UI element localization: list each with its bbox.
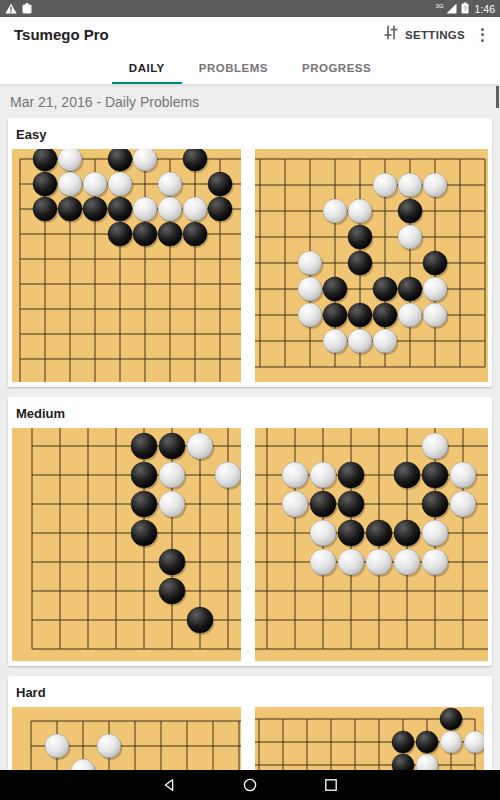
warning-icon — [5, 0, 17, 18]
difficulty-label-hard: Hard — [8, 676, 492, 707]
go-board-easy-left[interactable] — [12, 149, 241, 382]
go-board-easy-right[interactable] — [255, 149, 488, 382]
recents-icon — [323, 777, 339, 793]
go-board-medium-right[interactable] — [255, 428, 488, 661]
app-bar: Tsumego Pro SETTINGS — [0, 17, 500, 52]
tab-bar: DAILY PROBLEMS PROGRESS — [0, 52, 500, 85]
battery-icon: ? — [461, 0, 469, 18]
app-notification-icon — [22, 0, 32, 18]
daily-problem-cards: EasyMediumHard — [0, 118, 500, 800]
settings-label: SETTINGS — [405, 29, 465, 41]
scrollbar[interactable] — [496, 86, 499, 108]
clock: 1:46 — [473, 3, 495, 15]
tab-progress[interactable]: PROGRESS — [285, 52, 388, 84]
settings-button[interactable]: SETTINGS — [383, 25, 465, 44]
home-button[interactable] — [238, 773, 262, 797]
board-row-medium — [8, 428, 492, 666]
app-screen: 3G ? 1:46 Tsumego Pro SETTINGS — [0, 0, 500, 800]
difficulty-label-medium: Medium — [8, 397, 492, 428]
board-row-easy — [8, 149, 492, 387]
back-icon — [161, 777, 177, 793]
network-type-label: 3G — [436, 3, 444, 9]
go-board-medium-left[interactable] — [12, 428, 241, 661]
page-title: Tsumego Pro — [14, 26, 383, 43]
status-bar: 3G ? 1:46 — [0, 0, 500, 17]
recents-button[interactable] — [319, 773, 343, 797]
tune-settings-icon — [383, 25, 399, 44]
android-nav-bar — [0, 770, 500, 800]
active-tab-underline — [112, 82, 182, 85]
difficulty-label-easy: Easy — [8, 118, 492, 149]
tab-daily[interactable]: DAILY — [112, 52, 182, 84]
home-icon — [242, 777, 258, 793]
signal-icon — [446, 0, 457, 18]
tab-problems[interactable]: PROBLEMS — [182, 52, 285, 84]
card-easy: Easy — [8, 118, 492, 387]
card-medium: Medium — [8, 397, 492, 666]
svg-text:?: ? — [463, 5, 467, 12]
back-button[interactable] — [157, 773, 181, 797]
overflow-menu-button[interactable] — [477, 26, 488, 44]
date-heading: Mar 21, 2016 - Daily Problems — [0, 85, 500, 118]
